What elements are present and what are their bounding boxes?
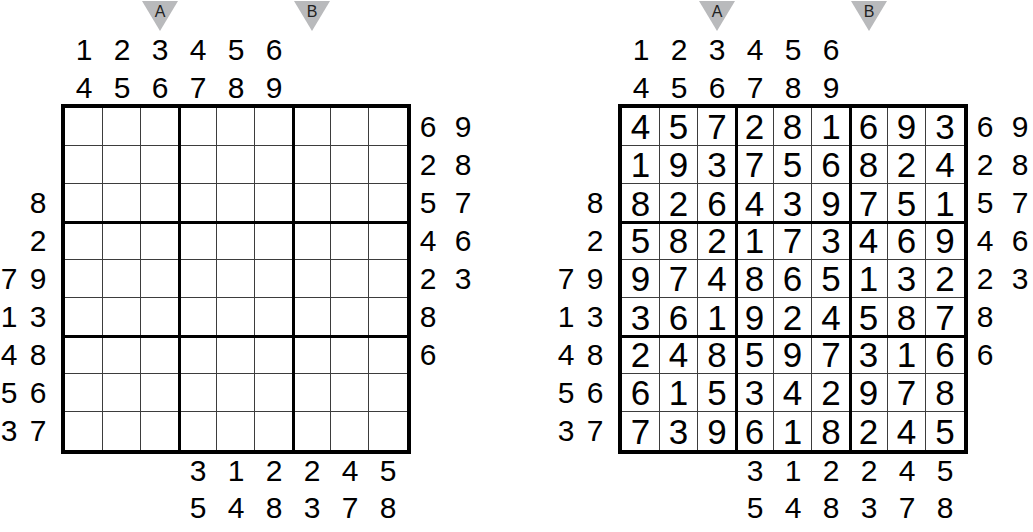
puzzle-cell-r3c7[interactable] bbox=[293, 184, 331, 222]
puzzle-cell-r1c7[interactable] bbox=[293, 108, 331, 146]
clue-left_outer-5: 7 bbox=[1, 264, 18, 294]
solution-cell-r1c4: 2 bbox=[736, 108, 774, 146]
clue-right_inner-4: 4 bbox=[420, 226, 437, 256]
down-arrow-icon: B bbox=[850, 1, 888, 32]
clue-left_inner-4: 2 bbox=[587, 226, 604, 256]
box-divider-vertical-1 bbox=[735, 108, 738, 450]
puzzle-cell-r7c5[interactable] bbox=[217, 336, 255, 374]
solution-cell-r5c8: 3 bbox=[888, 260, 926, 298]
svg-text:B: B bbox=[307, 3, 318, 20]
puzzle-cell-r5c8[interactable] bbox=[331, 260, 369, 298]
puzzle-cell-r1c8[interactable] bbox=[331, 108, 369, 146]
solution-cell-r2c4: 7 bbox=[736, 146, 774, 184]
puzzle-cell-r9c8[interactable] bbox=[331, 412, 369, 450]
clue-bottom_outer-4: 5 bbox=[190, 493, 207, 523]
solution-cell-r6c2: 6 bbox=[660, 298, 698, 336]
puzzle-cell-r5c3[interactable] bbox=[141, 260, 179, 298]
clue-left_inner-5: 9 bbox=[587, 264, 604, 294]
puzzle-cell-r1c6[interactable] bbox=[255, 108, 293, 146]
answer-arrow-A: A bbox=[698, 1, 736, 32]
clue-top_outer-4: 4 bbox=[190, 35, 207, 65]
answer-arrow-B: B bbox=[293, 1, 331, 32]
solution-cell-r7c6: 7 bbox=[812, 336, 850, 374]
puzzle-cell-r1c3[interactable] bbox=[141, 108, 179, 146]
clue-top_inner-2: 5 bbox=[671, 73, 688, 103]
solution-cell-r1c7: 6 bbox=[850, 108, 888, 146]
clue-left_outer-9: 3 bbox=[1, 416, 18, 446]
puzzle-cell-r8c1[interactable] bbox=[65, 374, 103, 412]
clue-right_outer-1: 9 bbox=[1012, 112, 1029, 142]
clue-top_outer-6: 6 bbox=[823, 35, 840, 65]
puzzle-cell-r3c6[interactable] bbox=[255, 184, 293, 222]
clue-right_inner-2: 2 bbox=[420, 150, 437, 180]
puzzle-cell-r5c2[interactable] bbox=[103, 260, 141, 298]
solution-cell-r8c3: 5 bbox=[698, 374, 736, 412]
puzzle-cell-r9c6[interactable] bbox=[255, 412, 293, 450]
puzzle-cell-r6c2[interactable] bbox=[103, 298, 141, 336]
puzzle-cell-r8c4[interactable] bbox=[179, 374, 217, 412]
puzzle-cell-r8c2[interactable] bbox=[103, 374, 141, 412]
clue-left_inner-3: 8 bbox=[30, 188, 47, 218]
box-divider-horizontal-2 bbox=[65, 335, 407, 338]
clue-left_inner-9: 7 bbox=[587, 416, 604, 446]
solution-cell-r7c3: 8 bbox=[698, 336, 736, 374]
puzzle-sheet: AB12345645678931224554837871453829386762… bbox=[0, 0, 1033, 532]
puzzle-cell-r3c2[interactable] bbox=[103, 184, 141, 222]
svg-text:A: A bbox=[155, 3, 166, 20]
box-divider-horizontal-1 bbox=[622, 221, 964, 224]
puzzle-cell-r8c7[interactable] bbox=[293, 374, 331, 412]
box-divider-vertical-2 bbox=[292, 108, 295, 450]
solution-cell-r3c6: 9 bbox=[812, 184, 850, 222]
clue-right_inner-6: 8 bbox=[420, 302, 437, 332]
solution-cell-r6c8: 8 bbox=[888, 298, 926, 336]
clue-top_outer-2: 2 bbox=[114, 35, 131, 65]
solution-cell-r9c6: 8 bbox=[812, 412, 850, 450]
puzzle-cell-r4c3[interactable] bbox=[141, 222, 179, 260]
clue-top_inner-2: 5 bbox=[114, 73, 131, 103]
puzzle-cell-r6c9[interactable] bbox=[369, 298, 407, 336]
clue-left_inner-8: 6 bbox=[30, 378, 47, 408]
clue-bottom_outer-8: 7 bbox=[899, 493, 916, 523]
solution-cell-r1c8: 9 bbox=[888, 108, 926, 146]
solution-cell-r1c1: 4 bbox=[622, 108, 660, 146]
puzzle-cell-r1c2[interactable] bbox=[103, 108, 141, 146]
puzzle-cell-r7c8[interactable] bbox=[331, 336, 369, 374]
answer-arrow-B: B bbox=[850, 1, 888, 32]
puzzle-cell-r9c5[interactable] bbox=[217, 412, 255, 450]
solution-cell-r3c7: 7 bbox=[850, 184, 888, 222]
puzzle-cell-r6c4[interactable] bbox=[179, 298, 217, 336]
clue-right_outer-4: 6 bbox=[1012, 226, 1029, 256]
solution-cell-r3c1: 8 bbox=[622, 184, 660, 222]
clue-left_inner-6: 3 bbox=[587, 302, 604, 332]
clue-left_inner-9: 7 bbox=[30, 416, 47, 446]
clue-left_inner-5: 9 bbox=[30, 264, 47, 294]
clue-top_outer-2: 2 bbox=[671, 35, 688, 65]
puzzle-cell-r9c3[interactable] bbox=[141, 412, 179, 450]
solution-cell-r8c1: 6 bbox=[622, 374, 660, 412]
solution-cell-r8c9: 8 bbox=[926, 374, 964, 412]
clue-left_outer-9: 3 bbox=[558, 416, 575, 446]
clue-right_outer-5: 3 bbox=[455, 264, 472, 294]
clue-bottom_inner-6: 2 bbox=[266, 456, 283, 486]
clue-left_outer-7: 4 bbox=[1, 340, 18, 370]
puzzle-cell-r1c1[interactable] bbox=[65, 108, 103, 146]
box-divider-vertical-1 bbox=[178, 108, 181, 450]
puzzle-cell-r3c4[interactable] bbox=[179, 184, 217, 222]
puzzle-cell-r7c1[interactable] bbox=[65, 336, 103, 374]
solution-cell-r3c8: 5 bbox=[888, 184, 926, 222]
solution-cell-r7c9: 6 bbox=[926, 336, 964, 374]
answer-arrow-A: A bbox=[141, 1, 179, 32]
panel-solution: AB12345645678931224554837871453829386762… bbox=[557, 0, 1033, 532]
down-arrow-icon: A bbox=[698, 1, 736, 32]
solution-cell-r4c6: 3 bbox=[812, 222, 850, 260]
clue-right_inner-1: 6 bbox=[977, 112, 994, 142]
solution-cell-r9c1: 7 bbox=[622, 412, 660, 450]
clue-right_outer-4: 6 bbox=[455, 226, 472, 256]
clue-bottom_inner-4: 3 bbox=[747, 456, 764, 486]
solution-cell-r2c2: 9 bbox=[660, 146, 698, 184]
puzzle-cell-r4c6[interactable] bbox=[255, 222, 293, 260]
solution-cell-r9c9: 5 bbox=[926, 412, 964, 450]
puzzle-cell-r2c3[interactable] bbox=[141, 146, 179, 184]
puzzle-cell-r7c7[interactable] bbox=[293, 336, 331, 374]
solution-cell-r5c9: 2 bbox=[926, 260, 964, 298]
clue-top_outer-5: 5 bbox=[228, 35, 245, 65]
puzzle-cell-r3c1[interactable] bbox=[65, 184, 103, 222]
puzzle-cell-r2c6[interactable] bbox=[255, 146, 293, 184]
solution-cell-r9c7: 2 bbox=[850, 412, 888, 450]
solution-cell-r6c1: 3 bbox=[622, 298, 660, 336]
clue-right_outer-5: 3 bbox=[1012, 264, 1029, 294]
down-arrow-icon: A bbox=[141, 1, 179, 32]
solution-cell-r2c3: 3 bbox=[698, 146, 736, 184]
clue-top_inner-4: 7 bbox=[747, 73, 764, 103]
clue-bottom_inner-8: 4 bbox=[899, 456, 916, 486]
clue-top_inner-6: 9 bbox=[823, 73, 840, 103]
puzzle-cell-r2c8[interactable] bbox=[331, 146, 369, 184]
clue-right_inner-4: 4 bbox=[977, 226, 994, 256]
clue-left_outer-8: 5 bbox=[558, 378, 575, 408]
solution-cell-r6c7: 5 bbox=[850, 298, 888, 336]
clue-right_outer-2: 8 bbox=[455, 150, 472, 180]
clue-left_inner-7: 8 bbox=[30, 340, 47, 370]
clue-bottom_inner-9: 5 bbox=[380, 456, 397, 486]
puzzle-cell-r4c9[interactable] bbox=[369, 222, 407, 260]
puzzle-cell-r8c9[interactable] bbox=[369, 374, 407, 412]
puzzle-cell-r9c4[interactable] bbox=[179, 412, 217, 450]
puzzle-cell-r2c5[interactable] bbox=[217, 146, 255, 184]
puzzle-cell-r3c3[interactable] bbox=[141, 184, 179, 222]
puzzle-cell-r6c8[interactable] bbox=[331, 298, 369, 336]
clue-bottom_outer-7: 3 bbox=[861, 493, 878, 523]
clue-right_inner-5: 2 bbox=[977, 264, 994, 294]
solution-cell-r9c5: 1 bbox=[774, 412, 812, 450]
clue-right_inner-7: 6 bbox=[977, 340, 994, 370]
puzzle-cell-r5c6[interactable] bbox=[255, 260, 293, 298]
solution-cell-r8c6: 2 bbox=[812, 374, 850, 412]
puzzle-cell-r4c2[interactable] bbox=[103, 222, 141, 260]
clue-bottom_inner-9: 5 bbox=[937, 456, 954, 486]
clue-bottom_inner-5: 1 bbox=[785, 456, 802, 486]
solution-cell-r2c9: 4 bbox=[926, 146, 964, 184]
puzzle-cell-r6c5[interactable] bbox=[217, 298, 255, 336]
solution-cell-r5c6: 5 bbox=[812, 260, 850, 298]
solution-cell-r4c7: 4 bbox=[850, 222, 888, 260]
box-divider-horizontal-2 bbox=[622, 335, 964, 338]
clue-right_inner-7: 6 bbox=[420, 340, 437, 370]
clue-left_outer-7: 4 bbox=[558, 340, 575, 370]
clue-left_inner-4: 2 bbox=[30, 226, 47, 256]
clue-right_outer-3: 7 bbox=[455, 188, 472, 218]
clue-bottom_outer-7: 3 bbox=[304, 493, 321, 523]
clue-top_inner-1: 4 bbox=[76, 73, 93, 103]
solution-cell-r5c2: 7 bbox=[660, 260, 698, 298]
clue-left_inner-3: 8 bbox=[587, 188, 604, 218]
solution-cell-r4c5: 7 bbox=[774, 222, 812, 260]
clue-bottom_outer-9: 8 bbox=[937, 493, 954, 523]
clue-top_inner-4: 7 bbox=[190, 73, 207, 103]
solution-cell-r7c2: 4 bbox=[660, 336, 698, 374]
solution-cell-r9c8: 4 bbox=[888, 412, 926, 450]
puzzle-cell-r6c1[interactable] bbox=[65, 298, 103, 336]
puzzle-cell-r4c7[interactable] bbox=[293, 222, 331, 260]
solution-cell-r4c8: 6 bbox=[888, 222, 926, 260]
puzzle-cell-r8c6[interactable] bbox=[255, 374, 293, 412]
puzzle-cell-r2c2[interactable] bbox=[103, 146, 141, 184]
puzzle-cell-r3c5[interactable] bbox=[217, 184, 255, 222]
solution-cell-r1c9: 3 bbox=[926, 108, 964, 146]
clue-bottom_inner-5: 1 bbox=[228, 456, 245, 486]
clue-right_inner-1: 6 bbox=[420, 112, 437, 142]
puzzle-cell-r4c4[interactable] bbox=[179, 222, 217, 260]
clue-top_outer-5: 5 bbox=[785, 35, 802, 65]
clue-top_inner-6: 9 bbox=[266, 73, 283, 103]
puzzle-cell-r5c5[interactable] bbox=[217, 260, 255, 298]
puzzle-cell-r7c6[interactable] bbox=[255, 336, 293, 374]
clue-left_inner-6: 3 bbox=[30, 302, 47, 332]
solution-cell-r5c1: 9 bbox=[622, 260, 660, 298]
puzzle-cell-r9c1[interactable] bbox=[65, 412, 103, 450]
solution-cell-r4c3: 2 bbox=[698, 222, 736, 260]
clue-top_outer-4: 4 bbox=[747, 35, 764, 65]
solution-cell-r5c7: 1 bbox=[850, 260, 888, 298]
solution-cell-r5c3: 4 bbox=[698, 260, 736, 298]
solution-cell-r1c6: 1 bbox=[812, 108, 850, 146]
clue-top_inner-3: 6 bbox=[152, 73, 169, 103]
clue-bottom_outer-6: 8 bbox=[823, 493, 840, 523]
clue-left_inner-7: 8 bbox=[587, 340, 604, 370]
solution-cell-r1c2: 5 bbox=[660, 108, 698, 146]
solution-cell-r3c9: 1 bbox=[926, 184, 964, 222]
puzzle-cell-r4c5[interactable] bbox=[217, 222, 255, 260]
solution-cell-r8c7: 9 bbox=[850, 374, 888, 412]
solution-cell-r7c5: 9 bbox=[774, 336, 812, 374]
solution-cell-r4c2: 8 bbox=[660, 222, 698, 260]
solution-cell-r6c5: 2 bbox=[774, 298, 812, 336]
clue-right_outer-2: 8 bbox=[1012, 150, 1029, 180]
puzzle-cell-r1c9[interactable] bbox=[369, 108, 407, 146]
clue-right_inner-6: 8 bbox=[977, 302, 994, 332]
svg-text:B: B bbox=[864, 3, 875, 20]
solution-cell-r7c7: 3 bbox=[850, 336, 888, 374]
solution-cell-r3c4: 4 bbox=[736, 184, 774, 222]
solution-cell-r3c3: 6 bbox=[698, 184, 736, 222]
solution-cell-r4c4: 1 bbox=[736, 222, 774, 260]
clue-bottom_inner-8: 4 bbox=[342, 456, 359, 486]
clue-left_outer-6: 1 bbox=[1, 302, 18, 332]
solution-cell-r3c2: 2 bbox=[660, 184, 698, 222]
clue-top_outer-3: 3 bbox=[152, 35, 169, 65]
solution-cell-r6c6: 4 bbox=[812, 298, 850, 336]
clue-bottom_inner-6: 2 bbox=[823, 456, 840, 486]
clue-right_inner-3: 5 bbox=[977, 188, 994, 218]
svg-text:A: A bbox=[712, 3, 723, 20]
clue-right_outer-3: 7 bbox=[1012, 188, 1029, 218]
puzzle-cell-r8c8[interactable] bbox=[331, 374, 369, 412]
box-divider-horizontal-1 bbox=[65, 221, 407, 224]
puzzle-cell-r6c6[interactable] bbox=[255, 298, 293, 336]
clue-left_outer-6: 1 bbox=[558, 302, 575, 332]
solution-cell-r9c4: 6 bbox=[736, 412, 774, 450]
puzzle-cell-r8c5[interactable] bbox=[217, 374, 255, 412]
clue-top_inner-5: 8 bbox=[228, 73, 245, 103]
solution-cell-r6c4: 9 bbox=[736, 298, 774, 336]
clue-right_inner-2: 2 bbox=[977, 150, 994, 180]
puzzle-cell-r7c9[interactable] bbox=[369, 336, 407, 374]
clue-top_outer-1: 1 bbox=[76, 35, 93, 65]
puzzle-cell-r2c1[interactable] bbox=[65, 146, 103, 184]
solution-cell-r6c9: 7 bbox=[926, 298, 964, 336]
clue-right_outer-1: 9 bbox=[455, 112, 472, 142]
clue-bottom_inner-7: 2 bbox=[861, 456, 878, 486]
solution-cell-r8c8: 7 bbox=[888, 374, 926, 412]
solution-cell-r7c4: 5 bbox=[736, 336, 774, 374]
solution-cell-r4c1: 5 bbox=[622, 222, 660, 260]
puzzle-cell-r4c1[interactable] bbox=[65, 222, 103, 260]
puzzle-cell-r2c4[interactable] bbox=[179, 146, 217, 184]
puzzle-cell-r9c9[interactable] bbox=[369, 412, 407, 450]
puzzle-cell-r7c2[interactable] bbox=[103, 336, 141, 374]
puzzle-cell-r5c1[interactable] bbox=[65, 260, 103, 298]
clue-bottom_inner-7: 2 bbox=[304, 456, 321, 486]
clue-bottom_outer-4: 5 bbox=[747, 493, 764, 523]
puzzle-cell-r5c4[interactable] bbox=[179, 260, 217, 298]
solution-cell-r2c1: 1 bbox=[622, 146, 660, 184]
puzzle-cell-r1c4[interactable] bbox=[179, 108, 217, 146]
puzzle-cell-r3c9[interactable] bbox=[369, 184, 407, 222]
clue-bottom_outer-5: 4 bbox=[228, 493, 245, 523]
solution-cell-r7c8: 1 bbox=[888, 336, 926, 374]
clue-top_inner-5: 8 bbox=[785, 73, 802, 103]
puzzle-cell-r9c7[interactable] bbox=[293, 412, 331, 450]
down-arrow-icon: B bbox=[293, 1, 331, 32]
clue-bottom_outer-6: 8 bbox=[266, 493, 283, 523]
clue-left_outer-8: 5 bbox=[1, 378, 18, 408]
clue-right_inner-5: 2 bbox=[420, 264, 437, 294]
solution-cell-r9c2: 3 bbox=[660, 412, 698, 450]
solution-cell-r8c2: 1 bbox=[660, 374, 698, 412]
sudoku-board-puzzle bbox=[61, 104, 411, 454]
clue-bottom_outer-5: 4 bbox=[785, 493, 802, 523]
solution-cell-r7c1: 2 bbox=[622, 336, 660, 374]
solution-cell-r2c6: 6 bbox=[812, 146, 850, 184]
clue-bottom_outer-9: 8 bbox=[380, 493, 397, 523]
puzzle-cell-r3c8[interactable] bbox=[331, 184, 369, 222]
clue-top_inner-3: 6 bbox=[709, 73, 726, 103]
puzzle-cell-r7c3[interactable] bbox=[141, 336, 179, 374]
clue-top_outer-3: 3 bbox=[709, 35, 726, 65]
puzzle-cell-r2c7[interactable] bbox=[293, 146, 331, 184]
clue-top_outer-6: 6 bbox=[266, 35, 283, 65]
solution-cell-r6c3: 1 bbox=[698, 298, 736, 336]
clue-right_inner-3: 5 bbox=[420, 188, 437, 218]
clue-bottom_inner-4: 3 bbox=[190, 456, 207, 486]
clue-left_outer-5: 7 bbox=[558, 264, 575, 294]
solution-cell-r2c5: 5 bbox=[774, 146, 812, 184]
sudoku-board-solution: 4572816931937568248264397515821734699748… bbox=[618, 104, 968, 454]
puzzle-cell-r2c9[interactable] bbox=[369, 146, 407, 184]
puzzle-cell-r6c3[interactable] bbox=[141, 298, 179, 336]
solution-cell-r1c3: 7 bbox=[698, 108, 736, 146]
puzzle-cell-r6c7[interactable] bbox=[293, 298, 331, 336]
solution-cell-r2c8: 2 bbox=[888, 146, 926, 184]
solution-cell-r2c7: 8 bbox=[850, 146, 888, 184]
solution-cell-r3c5: 3 bbox=[774, 184, 812, 222]
solution-cell-r5c4: 8 bbox=[736, 260, 774, 298]
clue-left_inner-8: 6 bbox=[587, 378, 604, 408]
puzzle-cell-r1c5[interactable] bbox=[217, 108, 255, 146]
clue-top_inner-1: 4 bbox=[633, 73, 650, 103]
solution-cell-r1c5: 8 bbox=[774, 108, 812, 146]
clue-top_outer-1: 1 bbox=[633, 35, 650, 65]
panel-puzzle: AB12345645678931224554837871453829386762… bbox=[0, 0, 477, 532]
puzzle-cell-r8c3[interactable] bbox=[141, 374, 179, 412]
puzzle-cell-r4c8[interactable] bbox=[331, 222, 369, 260]
solution-cell-r5c5: 6 bbox=[774, 260, 812, 298]
puzzle-cell-r7c4[interactable] bbox=[179, 336, 217, 374]
solution-cell-r4c9: 9 bbox=[926, 222, 964, 260]
puzzle-cell-r5c9[interactable] bbox=[369, 260, 407, 298]
puzzle-cell-r9c2[interactable] bbox=[103, 412, 141, 450]
solution-cell-r8c4: 3 bbox=[736, 374, 774, 412]
puzzle-cell-r5c7[interactable] bbox=[293, 260, 331, 298]
solution-cell-r8c5: 4 bbox=[774, 374, 812, 412]
box-divider-vertical-2 bbox=[849, 108, 852, 450]
clue-bottom_outer-8: 7 bbox=[342, 493, 359, 523]
solution-cell-r9c3: 9 bbox=[698, 412, 736, 450]
